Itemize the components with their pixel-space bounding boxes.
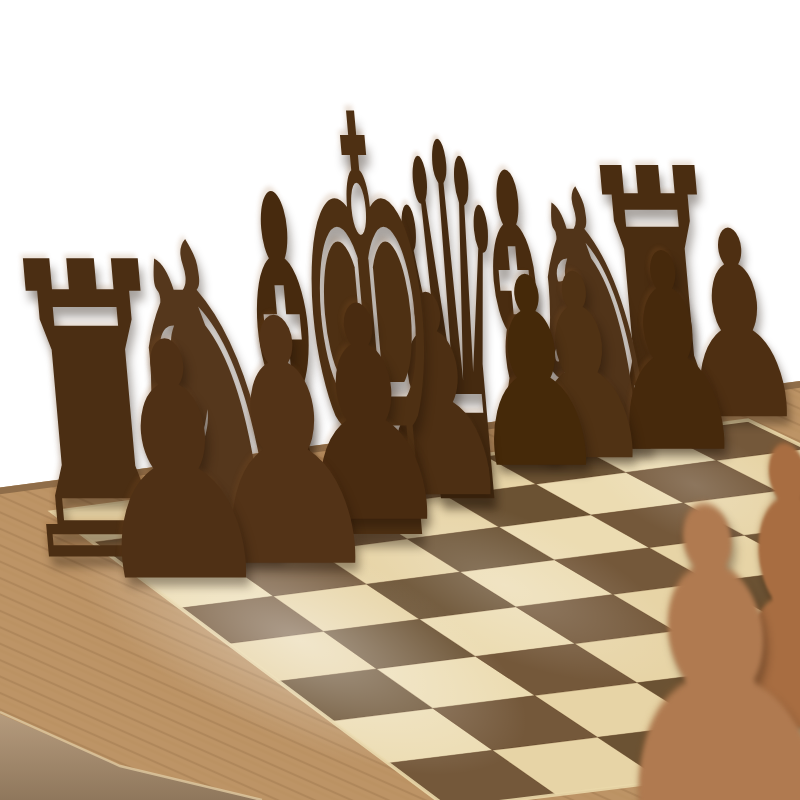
dark-pawn-glyph: ♟ — [69, 301, 282, 628]
pieces-layer: ♜♞♝♚♛♝♞♜♟♟♟♟♟♟♟♟♟♟ — [0, 0, 800, 800]
light-pawn-glyph: ♟ — [564, 452, 800, 800]
chess-set-photo: ♜♞♝♚♛♝♞♜♟♟♟♟♟♟♟♟♟♟ — [0, 0, 800, 800]
